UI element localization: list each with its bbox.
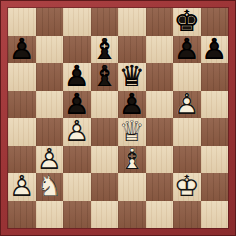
square-d1[interactable] (91, 201, 119, 229)
square-h4[interactable] (201, 118, 229, 146)
square-f2[interactable] (146, 173, 174, 201)
square-g7[interactable]: ♟♙ (173, 36, 201, 64)
square-f4[interactable] (146, 118, 174, 146)
white-knight[interactable]: ♞♘ (36, 173, 64, 201)
black-pawn[interactable]: ♟♙ (201, 36, 229, 64)
square-f3[interactable] (146, 146, 174, 174)
square-g1[interactable] (173, 201, 201, 229)
white-pawn[interactable]: ♟♙ (63, 118, 91, 146)
square-a4[interactable] (8, 118, 36, 146)
square-d3[interactable] (91, 146, 119, 174)
chess-board-frame: ♚♔♟♙♝♗♟♙♟♙♟♙♝♗♛♕♟♙♟♙♟♙♟♙♛♕♟♙♝♗♟♙♞♘♚♔ (0, 0, 236, 236)
square-f1[interactable] (146, 201, 174, 229)
square-a1[interactable] (8, 201, 36, 229)
square-g4[interactable] (173, 118, 201, 146)
white-pawn[interactable]: ♟♙ (8, 173, 36, 201)
square-h6[interactable] (201, 63, 229, 91)
square-e2[interactable] (118, 173, 146, 201)
square-c3[interactable] (63, 146, 91, 174)
black-pawn-glyph-outline: ♙ (201, 36, 229, 64)
square-h2[interactable] (201, 173, 229, 201)
black-bishop-glyph-outline: ♗ (91, 63, 119, 91)
black-bishop[interactable]: ♝♗ (91, 63, 119, 91)
square-h3[interactable] (201, 146, 229, 174)
black-pawn-glyph-outline: ♙ (173, 36, 201, 64)
square-g2[interactable]: ♚♔ (173, 173, 201, 201)
square-b2[interactable]: ♞♘ (36, 173, 64, 201)
square-h5[interactable] (201, 91, 229, 119)
square-b7[interactable] (36, 36, 64, 64)
square-d2[interactable] (91, 173, 119, 201)
square-b1[interactable] (36, 201, 64, 229)
square-a6[interactable] (8, 63, 36, 91)
square-f7[interactable] (146, 36, 174, 64)
white-king-glyph-outline: ♔ (173, 173, 201, 201)
square-a2[interactable]: ♟♙ (8, 173, 36, 201)
white-pawn-glyph-outline: ♙ (8, 173, 36, 201)
white-pawn-glyph-outline: ♙ (173, 91, 201, 119)
square-c2[interactable] (63, 173, 91, 201)
square-a5[interactable] (8, 91, 36, 119)
square-e1[interactable] (118, 201, 146, 229)
square-b8[interactable] (36, 8, 64, 36)
white-bishop-glyph-outline: ♗ (118, 146, 146, 174)
square-f8[interactable] (146, 8, 174, 36)
square-f6[interactable] (146, 63, 174, 91)
chess-board: ♚♔♟♙♝♗♟♙♟♙♟♙♝♗♛♕♟♙♟♙♟♙♟♙♛♕♟♙♝♗♟♙♞♘♚♔ (8, 8, 228, 228)
square-b6[interactable] (36, 63, 64, 91)
square-c4[interactable]: ♟♙ (63, 118, 91, 146)
square-e8[interactable] (118, 8, 146, 36)
white-pawn-glyph-outline: ♙ (63, 118, 91, 146)
square-c8[interactable] (63, 8, 91, 36)
square-g5[interactable]: ♟♙ (173, 91, 201, 119)
white-pawn[interactable]: ♟♙ (173, 91, 201, 119)
black-pawn[interactable]: ♟♙ (8, 36, 36, 64)
square-d4[interactable] (91, 118, 119, 146)
square-d5[interactable] (91, 91, 119, 119)
black-pawn-glyph-outline: ♙ (8, 36, 36, 64)
black-pawn[interactable]: ♟♙ (173, 36, 201, 64)
square-e3[interactable]: ♝♗ (118, 146, 146, 174)
square-b5[interactable] (36, 91, 64, 119)
square-c1[interactable] (63, 201, 91, 229)
square-a7[interactable]: ♟♙ (8, 36, 36, 64)
white-knight-glyph-outline: ♘ (36, 173, 64, 201)
square-h7[interactable]: ♟♙ (201, 36, 229, 64)
white-king[interactable]: ♚♔ (173, 173, 201, 201)
square-f5[interactable] (146, 91, 174, 119)
white-bishop[interactable]: ♝♗ (118, 146, 146, 174)
square-h1[interactable] (201, 201, 229, 229)
square-d6[interactable]: ♝♗ (91, 63, 119, 91)
